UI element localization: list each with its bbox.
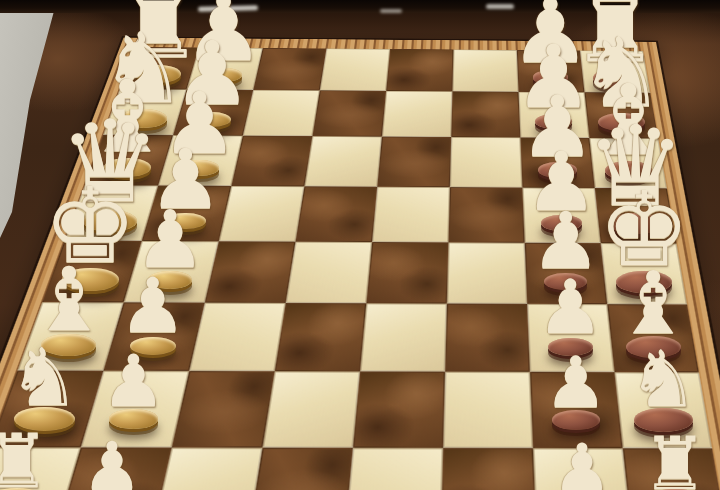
square-c3[interactable] <box>231 136 312 187</box>
white-rook-figure: ♜ <box>0 425 51 490</box>
square-e3[interactable] <box>205 241 296 303</box>
black-pawn[interactable]: ♟ <box>532 348 620 430</box>
square-d3[interactable] <box>219 186 305 242</box>
square-b5[interactable] <box>382 91 453 137</box>
square-d5[interactable] <box>372 187 450 243</box>
square-e4[interactable] <box>286 242 372 304</box>
white-knight-figure: ♞ <box>9 338 80 418</box>
square-b4[interactable] <box>312 90 386 136</box>
square-e6[interactable] <box>447 242 527 303</box>
white-pawn-figure: ♟ <box>82 433 143 490</box>
glare-highlight <box>380 9 402 13</box>
black-rook-figure: ♜ <box>642 427 708 490</box>
square-a5[interactable] <box>386 49 453 91</box>
black-rook[interactable]: ♜ <box>629 427 720 490</box>
square-c5[interactable] <box>377 137 451 188</box>
square-g6[interactable] <box>443 372 533 448</box>
black-pawn-figure: ♟ <box>537 271 604 346</box>
square-h6[interactable] <box>441 448 537 490</box>
square-c6[interactable] <box>450 137 523 188</box>
black-knight[interactable]: ♞ <box>620 340 708 431</box>
square-g5[interactable] <box>353 371 445 448</box>
square-e5[interactable] <box>366 242 448 304</box>
square-h4[interactable] <box>249 448 353 490</box>
white-rook[interactable]: ♜ <box>0 425 65 490</box>
square-g3[interactable] <box>172 371 275 448</box>
square-d6[interactable] <box>448 187 524 243</box>
chess-photo-scene: ♜♟♟♜♞♟♟♞♝♟♟♝♛♟♟♛♚♟♟♚♝♟♟♝♞♟♟♞♜♟♟♜ <box>0 0 720 490</box>
rosewood-base <box>552 410 600 429</box>
square-d4[interactable] <box>296 186 378 242</box>
square-h5[interactable] <box>345 448 443 490</box>
black-pawn-figure: ♟ <box>544 348 608 419</box>
white-pawn[interactable]: ♟ <box>65 433 160 490</box>
white-pawn-figure: ♟ <box>119 269 187 345</box>
square-f4[interactable] <box>275 303 367 371</box>
white-knight[interactable]: ♞ <box>0 338 89 431</box>
black-pawn-figure: ♟ <box>552 435 612 490</box>
square-b6[interactable] <box>451 91 520 137</box>
white-pawn-figure: ♟ <box>101 346 166 418</box>
square-f5[interactable] <box>360 303 447 371</box>
black-pawn[interactable]: ♟ <box>535 435 628 490</box>
square-a4[interactable] <box>320 49 390 91</box>
boxwood-base <box>109 409 158 429</box>
square-f3[interactable] <box>189 303 285 372</box>
white-pawn[interactable]: ♟ <box>89 346 178 429</box>
square-f6[interactable] <box>445 304 530 372</box>
square-g4[interactable] <box>262 371 360 448</box>
black-knight-figure: ♞ <box>629 340 699 418</box>
square-a6[interactable] <box>452 50 518 92</box>
square-c4[interactable] <box>304 136 382 187</box>
square-b3[interactable] <box>243 90 320 136</box>
